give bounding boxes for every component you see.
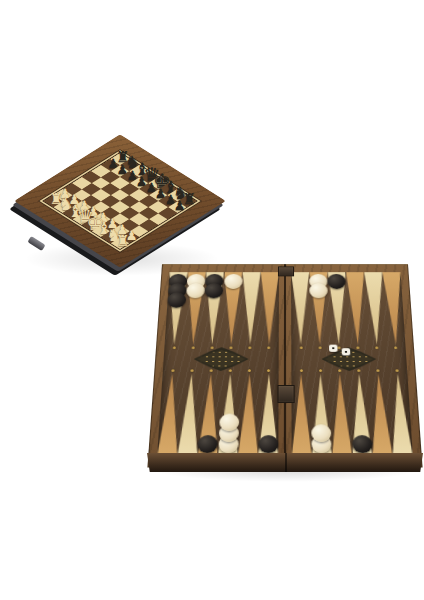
backgammon-point [364,272,386,344]
die-icon [329,345,338,352]
point-pin-icon [268,346,271,349]
hinge-icon [278,266,294,276]
backgammon-field-right [291,272,413,455]
backgammon-checker-white [224,274,243,289]
point-pin-icon [229,369,232,372]
point-pin-icon [394,346,397,349]
backgammon-checker-black [205,283,224,298]
point-pin-icon [267,369,270,372]
inlay-medallion [193,347,249,371]
point-pin-icon [396,369,399,372]
backgammon-board [147,264,422,467]
point-pin-icon [299,346,302,349]
chess-piece-black-pawn: ♟ [174,199,186,212]
backgammon-point [330,374,352,455]
backgammon-checker-white [186,283,205,298]
point-pin-icon [338,369,341,372]
die-icon [342,348,351,355]
chess-piece-white-rook: ♜ [116,234,129,249]
backgammon-checker-black [258,435,278,453]
point-pin-icon [375,346,378,349]
point-pin-icon [210,346,213,349]
backgammon-point [369,374,393,455]
hinge-icon [277,385,294,403]
point-pin-icon [190,369,193,372]
point-pin-icon [337,346,340,349]
backgammon-point [157,374,182,455]
center-seam [284,264,286,467]
backgammon-checker-white [310,283,329,298]
backgammon-point [388,374,413,455]
backgammon-point [241,272,261,344]
backgammon-point [291,272,310,344]
backgammon-point [260,272,279,344]
backgammon-checker-white [219,414,239,432]
backgammon-point [346,272,367,344]
point-pin-icon [248,369,251,372]
point-pin-icon [229,346,232,349]
backgammon-case-front [147,453,423,472]
backgammon-half-right [285,264,423,467]
point-pin-icon [357,369,360,372]
point-pin-icon [209,369,212,372]
point-pin-icon [356,346,359,349]
point-pin-icon [377,369,380,372]
backgammon-set [146,248,424,484]
point-pin-icon [191,346,194,349]
point-pin-icon [171,369,174,372]
backgammon-field-left [157,272,279,455]
backgammon-checker-black [167,292,186,307]
point-pin-icon [318,346,321,349]
backgammon-half-left [147,264,285,467]
point-pin-icon [172,346,175,349]
backgammon-checker-black [352,435,373,453]
product-photo: ♜♞♝♛♚♝♞♜♟♟♟♟♟♟♟♟♟♟♟♟♟♟♟♟♜♞♝♛♚♝♞♜ [0,0,424,600]
point-pin-icon [249,346,252,349]
backgammon-point [382,272,405,344]
point-pin-icon [319,369,322,372]
backgammon-point [238,374,259,455]
point-pin-icon [299,369,302,372]
